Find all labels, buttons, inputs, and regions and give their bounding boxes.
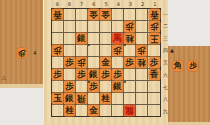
- square-24[interactable]: 歩: [136, 45, 148, 57]
- square-26[interactable]: [136, 69, 148, 81]
- rank-label-3: 三: [162, 32, 169, 44]
- sente-hand-tray[interactable]: ▲ 角歩: [168, 46, 210, 125]
- gote-hand-count: 4: [33, 50, 37, 56]
- gote-player-marker: △: [2, 75, 6, 80]
- square-73[interactable]: 銀: [76, 33, 88, 45]
- piece-75-歩[interactable]: 歩: [76, 57, 87, 68]
- star-point: [88, 81, 90, 83]
- square-48[interactable]: [112, 93, 124, 105]
- square-14[interactable]: [148, 45, 160, 57]
- square-75[interactable]: 歩: [76, 57, 88, 69]
- square-58[interactable]: 桂: [100, 93, 112, 105]
- piece-12-歩[interactable]: 歩: [149, 21, 160, 32]
- square-38[interactable]: [124, 93, 136, 105]
- piece-15-歩[interactable]: 歩: [149, 57, 160, 68]
- piece-32-歩[interactable]: 歩: [124, 21, 135, 32]
- square-88[interactable]: 銀: [64, 93, 76, 105]
- square-29[interactable]: [136, 105, 148, 116]
- piece-51-金[interactable]: 金: [100, 9, 111, 20]
- piece-73-銀[interactable]: 銀: [76, 33, 87, 44]
- square-98[interactable]: 玉: [52, 93, 64, 105]
- square-12[interactable]: 歩: [148, 21, 160, 33]
- square-99[interactable]: [52, 105, 64, 116]
- square-52[interactable]: [100, 21, 112, 33]
- square-79[interactable]: [76, 105, 88, 116]
- piece-78-飛[interactable]: 飛: [76, 93, 87, 104]
- square-69[interactable]: 金: [88, 105, 100, 116]
- square-82[interactable]: [64, 21, 76, 33]
- square-39[interactable]: 龍: [124, 105, 136, 116]
- sente-hand-pieces: 角歩: [173, 61, 198, 71]
- piece-24-歩[interactable]: 歩: [136, 45, 147, 56]
- square-89[interactable]: 桂: [64, 105, 76, 116]
- piece-13-王[interactable]: 王: [149, 33, 160, 44]
- piece-hand-歩[interactable]: 歩: [188, 61, 198, 71]
- square-86[interactable]: [64, 69, 76, 81]
- square-37[interactable]: [124, 81, 136, 93]
- piece-94-歩[interactable]: 歩: [52, 45, 63, 56]
- square-49[interactable]: [112, 105, 124, 116]
- square-67[interactable]: 歩: [88, 81, 100, 93]
- square-13[interactable]: 王: [148, 33, 160, 45]
- square-63[interactable]: [88, 33, 100, 45]
- piece-16-香[interactable]: 香: [149, 69, 160, 80]
- board-grid[interactable]: 香金金香歩歩銀馬桂王歩歩歩歩歩金歩桂歩歩歩銀歩歩香歩歩銀玉銀飛桂桂金龍: [51, 8, 161, 117]
- square-71[interactable]: [76, 9, 88, 21]
- square-18[interactable]: [148, 93, 160, 105]
- square-55[interactable]: 金: [100, 57, 112, 69]
- square-28[interactable]: [136, 93, 148, 105]
- piece-55-金[interactable]: 金: [100, 57, 111, 68]
- piece-91-香[interactable]: 香: [52, 9, 63, 20]
- piece-33-桂[interactable]: 桂: [124, 33, 135, 44]
- piece-56-歩[interactable]: 歩: [100, 69, 111, 80]
- piece-58-桂[interactable]: 桂: [100, 93, 111, 104]
- square-33[interactable]: 桂: [124, 33, 136, 45]
- piece-61-金[interactable]: 金: [88, 9, 99, 20]
- piece-96-歩[interactable]: 歩: [52, 69, 63, 80]
- square-77[interactable]: [76, 81, 88, 93]
- square-47[interactable]: 銀: [112, 81, 124, 93]
- shogi-app: 歩4 △ 987654321 一二三四五六七八九 香金金香歩歩銀馬桂王歩歩歩歩歩…: [0, 0, 210, 125]
- piece-89-桂[interactable]: 桂: [64, 105, 75, 116]
- square-11[interactable]: 香: [148, 9, 160, 21]
- piece-69-金[interactable]: 金: [88, 105, 99, 116]
- square-56[interactable]: 歩: [100, 69, 112, 81]
- piece-66-銀[interactable]: 銀: [88, 69, 99, 80]
- square-44[interactable]: 歩: [112, 45, 124, 57]
- square-93[interactable]: [52, 33, 64, 45]
- rank-label-1: 一: [162, 8, 169, 20]
- file-coordinate-labels: 987654321: [51, 1, 161, 7]
- sente-player-marker: ▲: [170, 48, 174, 53]
- square-81[interactable]: [64, 9, 76, 21]
- square-54[interactable]: [100, 45, 112, 57]
- square-42[interactable]: [112, 21, 124, 33]
- piece-85-歩[interactable]: 歩: [64, 57, 75, 68]
- square-83[interactable]: [64, 33, 76, 45]
- square-21[interactable]: [136, 9, 148, 21]
- square-74[interactable]: [76, 45, 88, 57]
- file-label-9: 9: [51, 1, 63, 7]
- square-22[interactable]: [136, 21, 148, 33]
- shogi-board[interactable]: 987654321 一二三四五六七八九 香金金香歩歩銀馬桂王歩歩歩歩歩金歩桂歩歩…: [43, 0, 168, 125]
- square-61[interactable]: 金: [88, 9, 100, 21]
- file-label-3: 3: [124, 1, 136, 7]
- square-27[interactable]: [136, 81, 148, 93]
- file-label-7: 7: [75, 1, 87, 7]
- rank-label-2: 二: [162, 20, 169, 32]
- square-46[interactable]: 歩: [112, 69, 124, 81]
- square-16[interactable]: 香: [148, 69, 160, 81]
- piece-47-銀[interactable]: 銀: [112, 81, 123, 92]
- file-label-2: 2: [137, 1, 149, 7]
- square-97[interactable]: [52, 81, 64, 93]
- piece-43-馬[interactable]: 馬: [112, 33, 123, 44]
- piece-hand-角[interactable]: 角: [173, 61, 183, 71]
- square-31[interactable]: [124, 9, 136, 21]
- piece-35-歩[interactable]: 歩: [124, 57, 135, 68]
- square-36[interactable]: [124, 69, 136, 81]
- square-53[interactable]: [100, 33, 112, 45]
- square-51[interactable]: 金: [100, 9, 112, 21]
- square-64[interactable]: [88, 45, 100, 57]
- file-label-5: 5: [100, 1, 112, 7]
- square-34[interactable]: [124, 45, 136, 57]
- piece-76-歩[interactable]: 歩: [76, 69, 87, 80]
- square-57[interactable]: [100, 81, 112, 93]
- piece-44-歩[interactable]: 歩: [112, 45, 123, 56]
- square-19[interactable]: [148, 105, 160, 116]
- square-95[interactable]: [52, 57, 64, 69]
- square-78[interactable]: 飛: [76, 93, 88, 105]
- square-35[interactable]: 歩: [124, 57, 136, 69]
- square-72[interactable]: [76, 21, 88, 33]
- file-label-4: 4: [112, 1, 124, 7]
- square-65[interactable]: [88, 57, 100, 69]
- square-25[interactable]: 桂: [136, 57, 148, 69]
- file-label-6: 6: [88, 1, 100, 7]
- square-94[interactable]: 歩: [52, 45, 64, 57]
- square-92[interactable]: [52, 21, 64, 33]
- square-76[interactable]: 歩: [76, 69, 88, 81]
- square-96[interactable]: 歩: [52, 69, 64, 81]
- piece-87-歩[interactable]: 歩: [64, 81, 75, 92]
- piece-39-龍[interactable]: 龍: [124, 105, 135, 116]
- piece-88-銀[interactable]: 銀: [64, 93, 75, 104]
- square-15[interactable]: 歩: [148, 57, 160, 69]
- gote-hand-tray[interactable]: 歩4 △: [0, 0, 43, 88]
- piece-98-玉[interactable]: 玉: [52, 93, 63, 104]
- piece-hand-歩[interactable]: 歩: [17, 48, 27, 58]
- square-85[interactable]: 歩: [64, 57, 76, 69]
- square-41[interactable]: [112, 9, 124, 21]
- square-91[interactable]: 香: [52, 9, 64, 21]
- piece-11-香[interactable]: 香: [149, 9, 160, 20]
- square-87[interactable]: 歩: [64, 81, 76, 93]
- square-43[interactable]: 馬: [112, 33, 124, 45]
- square-66[interactable]: 銀: [88, 69, 100, 81]
- square-17[interactable]: [148, 81, 160, 93]
- square-68[interactable]: [88, 93, 100, 105]
- square-62[interactable]: [88, 21, 100, 33]
- gote-hand-pieces: 歩4: [17, 48, 37, 58]
- file-label-1: 1: [149, 1, 161, 7]
- square-32[interactable]: 歩: [124, 21, 136, 33]
- piece-46-歩[interactable]: 歩: [112, 69, 123, 80]
- square-45[interactable]: [112, 57, 124, 69]
- piece-25-桂[interactable]: 桂: [136, 57, 147, 68]
- square-84[interactable]: [64, 45, 76, 57]
- square-23[interactable]: [136, 33, 148, 45]
- square-59[interactable]: [100, 105, 112, 116]
- file-label-8: 8: [63, 1, 75, 7]
